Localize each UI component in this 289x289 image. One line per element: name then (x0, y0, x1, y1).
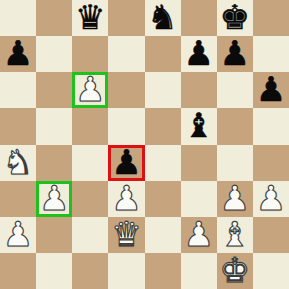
square-d5[interactable] (108, 108, 144, 144)
white-pawn-icon[interactable]: ♟ (220, 181, 250, 215)
square-a6[interactable] (0, 72, 36, 108)
square-f2[interactable]: ♟ (181, 217, 217, 253)
square-b2[interactable] (36, 217, 72, 253)
square-g7[interactable]: ♟ (217, 36, 253, 72)
square-c5[interactable] (72, 108, 108, 144)
chess-board: ♛♞♚♟♟♟♟♟♝♞♟♟♟♟♟♟♛♟♝♚ (0, 0, 289, 289)
square-h4[interactable] (253, 145, 289, 181)
square-d8[interactable] (108, 0, 144, 36)
white-pawn-icon[interactable]: ♟ (183, 217, 213, 251)
white-pawn-icon[interactable]: ♟ (75, 72, 105, 106)
black-pawn-icon[interactable]: ♟ (256, 72, 286, 106)
square-a2[interactable]: ♟ (0, 217, 36, 253)
square-h1[interactable] (253, 253, 289, 289)
square-f3[interactable] (181, 181, 217, 217)
square-d6[interactable] (108, 72, 144, 108)
black-king-icon[interactable]: ♚ (220, 0, 250, 34)
white-pawn-icon[interactable]: ♟ (3, 217, 33, 251)
square-b4[interactable] (36, 145, 72, 181)
square-b5[interactable] (36, 108, 72, 144)
square-h7[interactable] (253, 36, 289, 72)
square-f4[interactable] (181, 145, 217, 181)
square-a7[interactable]: ♟ (0, 36, 36, 72)
square-c3[interactable] (72, 181, 108, 217)
square-g4[interactable] (217, 145, 253, 181)
square-b7[interactable] (36, 36, 72, 72)
square-d3[interactable]: ♟ (108, 181, 144, 217)
square-d4[interactable]: ♟ (108, 145, 144, 181)
white-queen-icon[interactable]: ♛ (111, 217, 141, 251)
black-pawn-icon[interactable]: ♟ (220, 36, 250, 70)
square-c6[interactable]: ♟ (72, 72, 108, 108)
square-c4[interactable] (72, 145, 108, 181)
black-knight-icon[interactable]: ♞ (147, 0, 177, 34)
square-d1[interactable] (108, 253, 144, 289)
white-pawn-icon[interactable]: ♟ (39, 181, 69, 215)
square-h3[interactable]: ♟ (253, 181, 289, 217)
square-g3[interactable]: ♟ (217, 181, 253, 217)
square-a5[interactable] (0, 108, 36, 144)
square-b3[interactable]: ♟ (36, 181, 72, 217)
white-bishop-icon[interactable]: ♝ (220, 217, 250, 251)
square-f5[interactable]: ♝ (181, 108, 217, 144)
square-d7[interactable] (108, 36, 144, 72)
square-e4[interactable] (145, 145, 181, 181)
square-c8[interactable]: ♛ (72, 0, 108, 36)
square-g1[interactable]: ♚ (217, 253, 253, 289)
square-f6[interactable] (181, 72, 217, 108)
square-h2[interactable] (253, 217, 289, 253)
square-a8[interactable] (0, 0, 36, 36)
square-e1[interactable] (145, 253, 181, 289)
white-pawn-icon[interactable]: ♟ (111, 181, 141, 215)
square-h8[interactable] (253, 0, 289, 36)
square-e2[interactable] (145, 217, 181, 253)
square-a3[interactable] (0, 181, 36, 217)
square-b1[interactable] (36, 253, 72, 289)
square-e3[interactable] (145, 181, 181, 217)
white-pawn-icon[interactable]: ♟ (256, 181, 286, 215)
white-knight-icon[interactable]: ♞ (3, 145, 33, 179)
square-g5[interactable] (217, 108, 253, 144)
square-d2[interactable]: ♛ (108, 217, 144, 253)
square-b8[interactable] (36, 0, 72, 36)
square-a1[interactable] (0, 253, 36, 289)
square-e6[interactable] (145, 72, 181, 108)
square-a4[interactable]: ♞ (0, 145, 36, 181)
square-f8[interactable] (181, 0, 217, 36)
square-h5[interactable] (253, 108, 289, 144)
black-pawn-icon[interactable]: ♟ (183, 36, 213, 70)
black-pawn-icon[interactable]: ♟ (111, 145, 141, 179)
square-g2[interactable]: ♝ (217, 217, 253, 253)
square-g6[interactable] (217, 72, 253, 108)
black-pawn-icon[interactable]: ♟ (3, 36, 33, 70)
square-c7[interactable] (72, 36, 108, 72)
white-king-icon[interactable]: ♚ (220, 253, 250, 287)
square-c2[interactable] (72, 217, 108, 253)
square-c1[interactable] (72, 253, 108, 289)
square-e5[interactable] (145, 108, 181, 144)
square-f7[interactable]: ♟ (181, 36, 217, 72)
square-g8[interactable]: ♚ (217, 0, 253, 36)
black-queen-icon[interactable]: ♛ (75, 0, 105, 34)
black-bishop-icon[interactable]: ♝ (183, 108, 213, 142)
square-e7[interactable] (145, 36, 181, 72)
square-f1[interactable] (181, 253, 217, 289)
square-e8[interactable]: ♞ (145, 0, 181, 36)
square-b6[interactable] (36, 72, 72, 108)
square-h6[interactable]: ♟ (253, 72, 289, 108)
